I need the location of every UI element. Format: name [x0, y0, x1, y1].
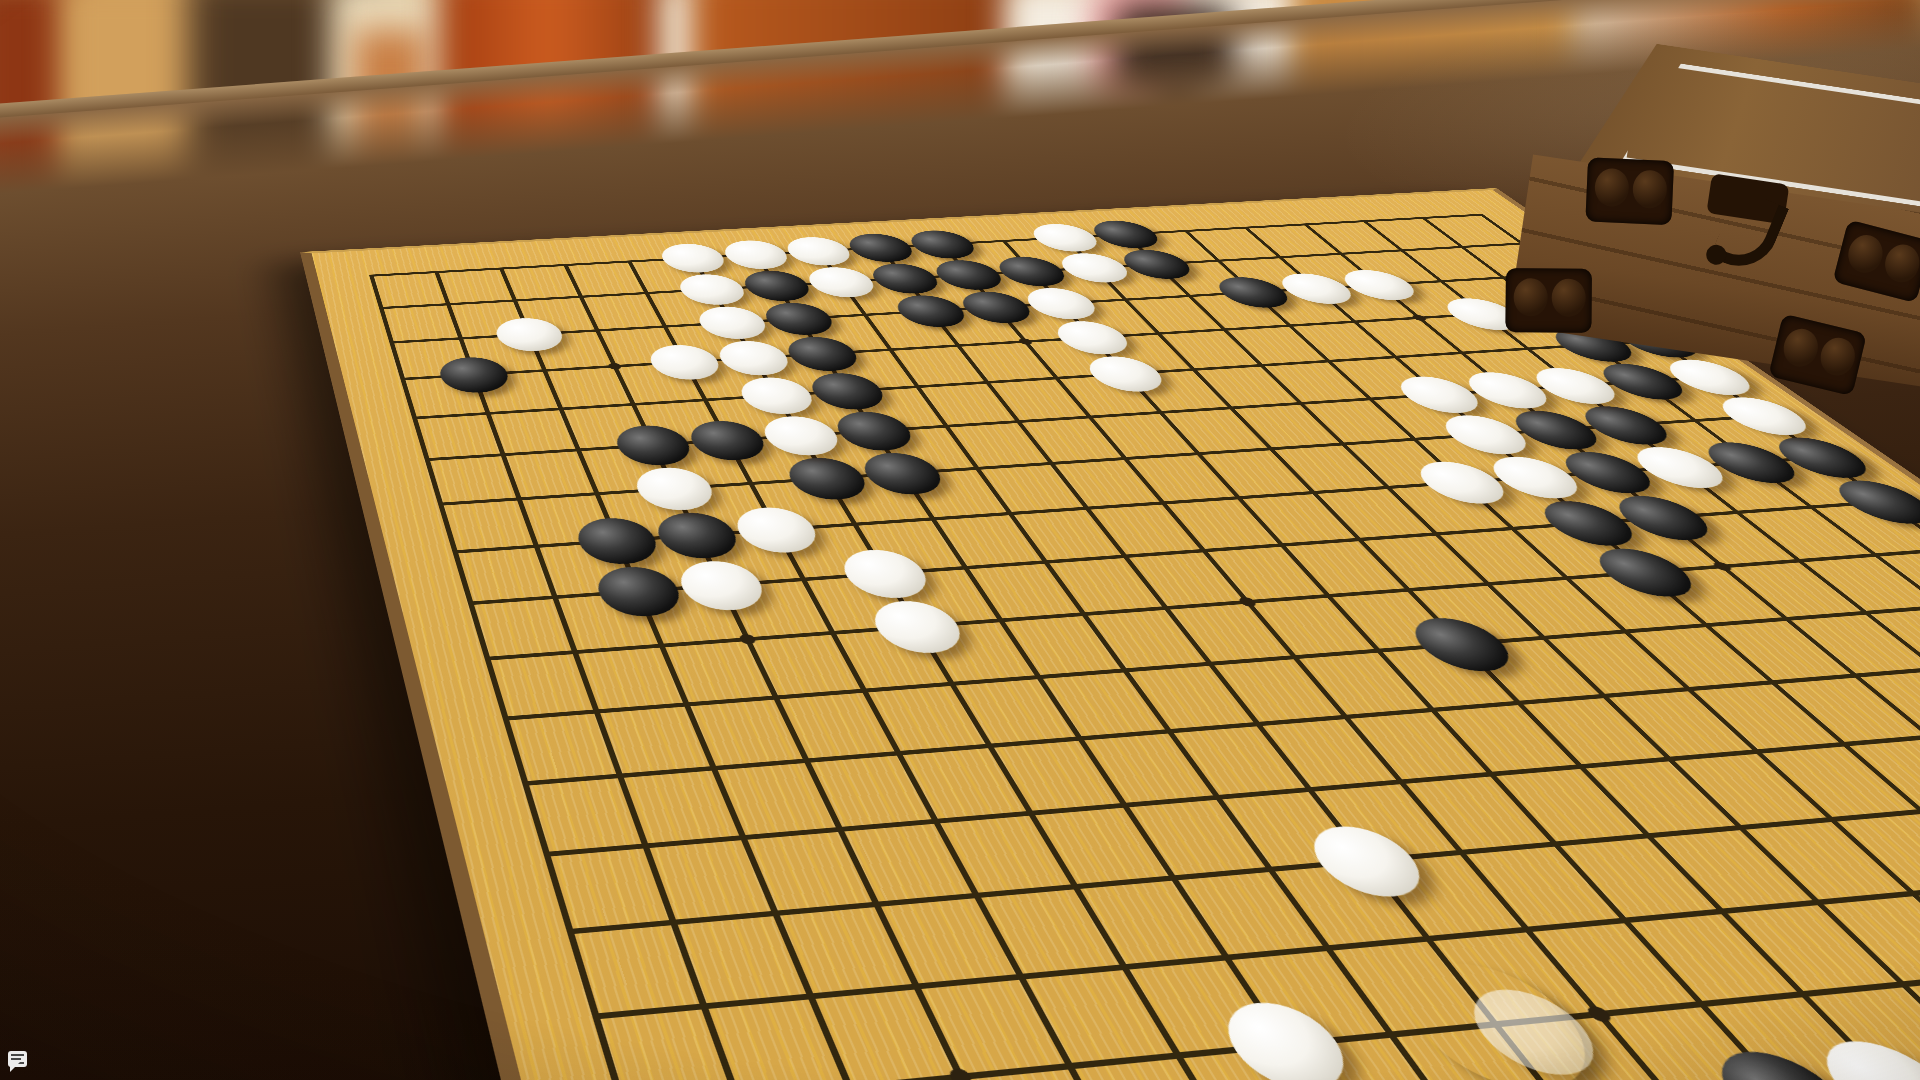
- black-stone-D8[interactable]: [649, 511, 745, 561]
- white-stone-D7[interactable]: [629, 466, 721, 513]
- black-stone-G6[interactable]: [828, 410, 922, 453]
- screenshot-stage: [0, 0, 1920, 1080]
- white-stone-L3[interactable]: [1017, 286, 1106, 320]
- chat-icon[interactable]: [8, 1051, 27, 1067]
- chest-hasp-icon[interactable]: [1698, 173, 1789, 279]
- white-stone-E4[interactable]: [643, 343, 727, 381]
- black-stone-D6[interactable]: [609, 424, 698, 468]
- black-stone-B4[interactable]: [435, 356, 514, 395]
- white-stone-M17[interactable]: [1801, 1037, 1920, 1080]
- star-point-K16: [1584, 1006, 1615, 1023]
- star-point-K10: [1237, 597, 1259, 607]
- white-stone-F1[interactable]: [655, 242, 731, 274]
- black-stone-K1[interactable]: [902, 229, 983, 260]
- black-stone-P10[interactable]: [1582, 546, 1710, 599]
- white-stone-F4[interactable]: [712, 339, 797, 377]
- black-stone-J3[interactable]: [888, 294, 974, 329]
- white-stone-H2[interactable]: [801, 266, 883, 299]
- white-stone-F3[interactable]: [692, 305, 774, 341]
- white-stone-H1[interactable]: [779, 236, 858, 267]
- white-stone-T7[interactable]: [1706, 395, 1823, 437]
- black-stone-C8[interactable]: [571, 516, 665, 567]
- chest-corner-bracket-icon: [1585, 157, 1674, 225]
- star-point-Q10: [1710, 562, 1734, 572]
- white-stone-F2[interactable]: [673, 273, 752, 307]
- white-stone-L4[interactable]: [1047, 320, 1139, 357]
- white-stone-F10[interactable]: [863, 598, 973, 655]
- black-stone-M11[interactable]: [1398, 615, 1527, 674]
- black-stone-C9[interactable]: [590, 564, 689, 619]
- white-stone-F6[interactable]: [755, 414, 847, 457]
- white-stone-L5[interactable]: [1078, 355, 1174, 394]
- white-stone-F9[interactable]: [833, 547, 938, 600]
- star-point-Q4: [1410, 315, 1428, 322]
- white-stone-J14[interactable]: [1295, 823, 1439, 901]
- star-point-D10: [738, 634, 758, 645]
- white-stone-E8[interactable]: [728, 505, 826, 555]
- chest-corner-bracket-icon: [1505, 268, 1592, 333]
- white-stone-C3[interactable]: [491, 316, 569, 352]
- black-stone-E6[interactable]: [683, 419, 773, 462]
- black-stone-G7[interactable]: [854, 451, 952, 497]
- black-stone-J2[interactable]: [864, 262, 947, 295]
- white-stone-G1[interactable]: [717, 239, 795, 271]
- star-point-K4: [1017, 338, 1034, 345]
- star-point-D16: [947, 1068, 974, 1080]
- black-stone-T9[interactable]: [1821, 478, 1920, 526]
- black-stone-J1[interactable]: [841, 232, 921, 263]
- black-stone-F7[interactable]: [780, 456, 876, 502]
- black-stone-G2[interactable]: [737, 269, 817, 302]
- black-stone-G4[interactable]: [780, 335, 867, 373]
- white-stone-F5[interactable]: [733, 376, 822, 416]
- star-point-D4: [607, 363, 622, 370]
- black-stone-G5[interactable]: [803, 371, 893, 411]
- black-stone-G3[interactable]: [758, 301, 841, 336]
- white-stone-G16[interactable]: [1208, 998, 1365, 1080]
- white-stone-D9[interactable]: [672, 559, 773, 613]
